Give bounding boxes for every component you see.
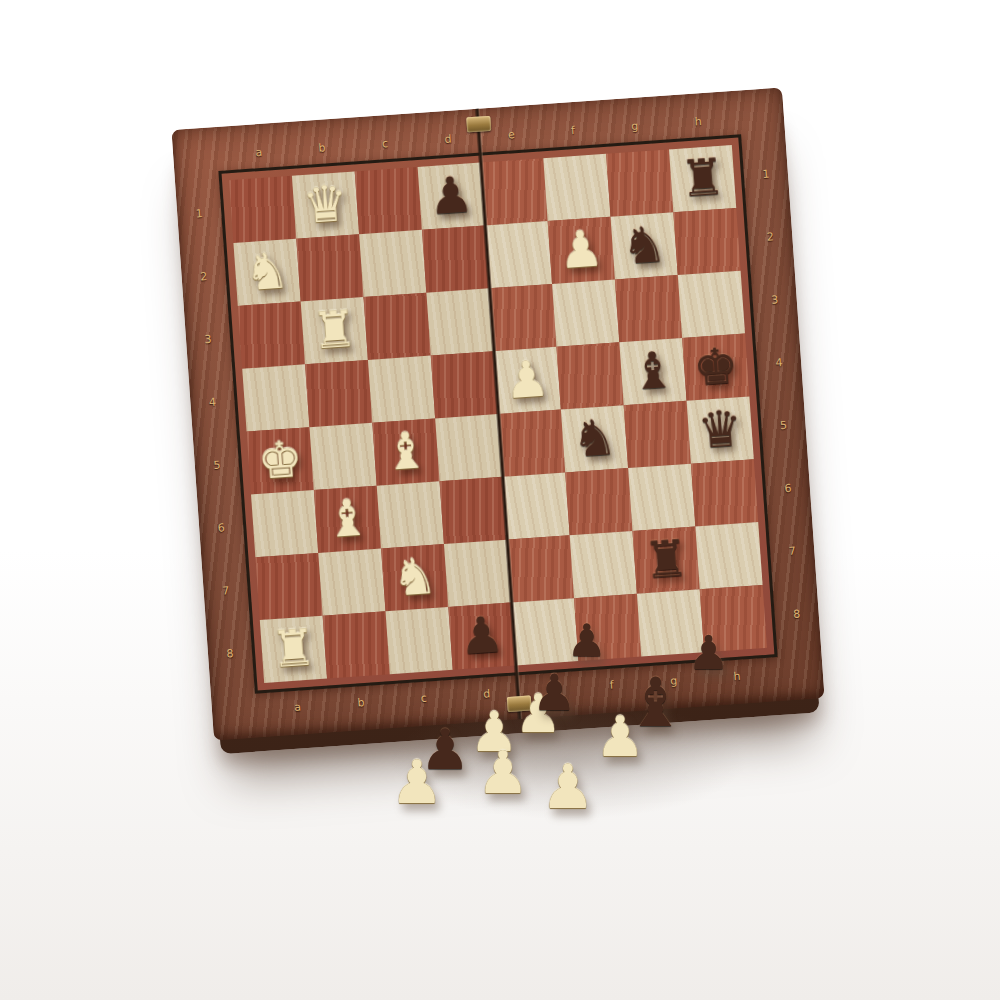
captured-white-pawn[interactable]: ♟ xyxy=(541,756,596,817)
captured-black-pawn[interactable]: ♟ xyxy=(532,668,577,718)
captured-black-bishop[interactable]: ♝ xyxy=(625,669,686,737)
photo-canvas: abcdefgh abcdefgh 12345678 12345678 ♛♟♜♞… xyxy=(0,0,1000,1000)
captured-white-pawn[interactable]: ♟ xyxy=(477,743,530,802)
captured-pieces-tray: ♟♟♟♟♟♟♟♟♟♝♟ xyxy=(0,0,1000,1000)
captured-black-pawn[interactable]: ♟ xyxy=(420,722,470,778)
captured-black-pawn[interactable]: ♟ xyxy=(688,629,730,676)
captured-black-pawn[interactable]: ♟ xyxy=(567,618,607,663)
